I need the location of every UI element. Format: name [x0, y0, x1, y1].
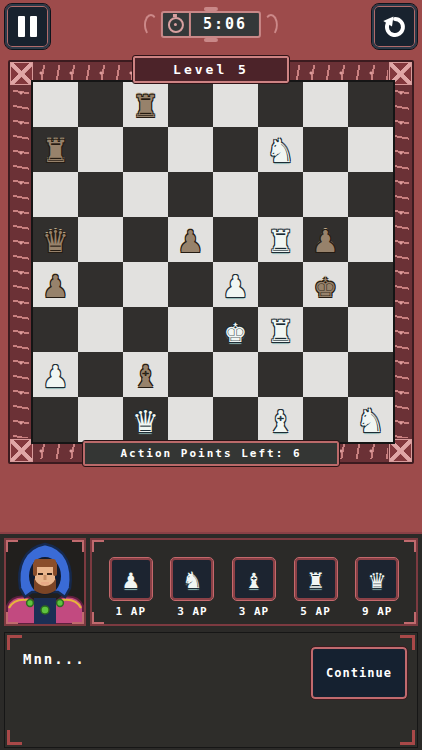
continue-button[interactable]: Continue — [311, 647, 407, 699]
pawn-cost-label: 1 AP — [116, 605, 147, 618]
queen-cost-label: 9 AP — [362, 605, 393, 618]
square-f6[interactable] — [258, 172, 303, 217]
frame-edge-right — [393, 86, 409, 438]
square-f2[interactable] — [258, 352, 303, 397]
square-h5[interactable] — [348, 217, 393, 262]
dialog-corner-ornament — [7, 730, 22, 745]
square-b2[interactable] — [78, 352, 123, 397]
brown-pawn[interactable]: ♟ — [314, 217, 336, 262]
buy-bishop-button[interactable]: ♝ — [233, 558, 275, 600]
square-d3[interactable] — [168, 307, 213, 352]
white-bishop-icon: ♝ — [246, 560, 262, 598]
shop-corner-ornament — [404, 540, 416, 552]
square-e2[interactable] — [213, 352, 258, 397]
square-e8[interactable] — [213, 82, 258, 127]
white-pawn[interactable]: ♟ — [224, 262, 246, 307]
square-g6[interactable] — [303, 172, 348, 217]
brown-king[interactable]: ♚ — [314, 262, 336, 307]
square-f8[interactable] — [258, 82, 303, 127]
character-portrait — [4, 538, 86, 626]
square-d2[interactable] — [168, 352, 213, 397]
square-h6[interactable] — [348, 172, 393, 217]
rook-cost-label: 5 AP — [300, 605, 331, 618]
brown-rook[interactable]: ♜ — [134, 82, 156, 127]
square-h1[interactable]: ♞ — [348, 397, 393, 442]
square-c1[interactable]: ♛ — [123, 397, 168, 442]
square-b6[interactable] — [78, 172, 123, 217]
brown-rook[interactable]: ♜ — [44, 127, 66, 172]
square-c2[interactable]: ♝ — [123, 352, 168, 397]
shop-item-knight: ♞3 AP — [166, 558, 218, 618]
square-d5[interactable]: ♟ — [168, 217, 213, 262]
square-g5[interactable]: ♟ — [303, 217, 348, 262]
square-c6[interactable] — [123, 172, 168, 217]
square-b3[interactable] — [78, 307, 123, 352]
square-d7[interactable] — [168, 127, 213, 172]
white-pawn-icon: ♟ — [123, 560, 139, 598]
square-e4[interactable]: ♟ — [213, 262, 258, 307]
dialog-box: Mnn... Continue — [4, 632, 418, 748]
pause-button[interactable] — [5, 4, 50, 49]
knight-cost-label: 3 AP — [177, 605, 208, 618]
level-label: Level 5 — [173, 62, 249, 77]
action-points-text: Action Points Left: 6 — [120, 447, 301, 460]
chess-board: ♜♜♞♛♟♜♟♟♟♚♚♜♟♝♛♝♞ — [31, 80, 395, 444]
square-d4[interactable] — [168, 262, 213, 307]
square-f3[interactable]: ♜ — [258, 307, 303, 352]
square-e7[interactable] — [213, 127, 258, 172]
shop-item-bishop: ♝3 AP — [228, 558, 280, 618]
square-c7[interactable] — [123, 127, 168, 172]
square-h4[interactable] — [348, 262, 393, 307]
square-g3[interactable] — [303, 307, 348, 352]
dialog-corner-ornament — [7, 635, 22, 650]
white-knight[interactable]: ♞ — [269, 127, 291, 172]
square-g2[interactable] — [303, 352, 348, 397]
frame-corner-ornament — [10, 439, 33, 462]
square-f7[interactable]: ♞ — [258, 127, 303, 172]
white-pawn[interactable]: ♟ — [44, 352, 66, 397]
level-plate: Level 5 — [133, 56, 289, 83]
square-f4[interactable] — [258, 262, 303, 307]
square-f5[interactable]: ♜ — [258, 217, 303, 262]
white-queen[interactable]: ♛ — [134, 397, 156, 442]
square-e1[interactable] — [213, 397, 258, 442]
pause-icon — [18, 16, 37, 37]
square-f1[interactable]: ♝ — [258, 397, 303, 442]
portrait-corner-ornament — [72, 540, 84, 552]
square-c5[interactable] — [123, 217, 168, 262]
timer-value: 5:06 — [191, 13, 259, 36]
shop-corner-ornament — [92, 612, 104, 624]
stopwatch-icon — [168, 17, 184, 33]
white-knight[interactable]: ♞ — [359, 397, 381, 442]
square-b5[interactable] — [78, 217, 123, 262]
brown-bishop[interactable]: ♝ — [134, 352, 156, 397]
game-screen: { "game": "chess", "position": { "fen": … — [0, 0, 422, 750]
square-c3[interactable] — [123, 307, 168, 352]
dialog-message: Mnn... — [23, 651, 86, 667]
square-a8[interactable] — [33, 82, 78, 127]
square-h8[interactable] — [348, 82, 393, 127]
square-g7[interactable] — [303, 127, 348, 172]
square-a3[interactable] — [33, 307, 78, 352]
timer-panel: 5:06 — [144, 11, 278, 38]
brown-queen[interactable]: ♛ — [44, 217, 66, 262]
square-a5[interactable]: ♛ — [33, 217, 78, 262]
square-a2[interactable]: ♟ — [33, 352, 78, 397]
square-d8[interactable] — [168, 82, 213, 127]
piece-shop: ♟1 AP♞3 AP♝3 AP♜5 AP♛9 AP — [90, 538, 418, 626]
square-b8[interactable] — [78, 82, 123, 127]
shop-corner-ornament — [92, 540, 104, 552]
shop-item-pawn: ♟1 AP — [105, 558, 157, 618]
brown-pawn[interactable]: ♟ — [179, 217, 201, 262]
timer-ornament-left — [144, 14, 158, 36]
shop-corner-ornament — [404, 612, 416, 624]
square-g8[interactable] — [303, 82, 348, 127]
portrait-corner-ornament — [6, 612, 18, 624]
timer-ornament-right — [264, 14, 278, 36]
buy-queen-button[interactable]: ♛ — [356, 558, 398, 600]
square-c8[interactable]: ♜ — [123, 82, 168, 127]
dialog-corner-ornament — [400, 730, 415, 745]
bottom-panel: ♟1 AP♞3 AP♝3 AP♜5 AP♛9 AP Mnn... Continu… — [0, 532, 422, 750]
white-bishop[interactable]: ♝ — [269, 397, 291, 442]
square-a1[interactable] — [33, 397, 78, 442]
white-king[interactable]: ♚ — [224, 307, 246, 352]
brown-pawn[interactable]: ♟ — [44, 262, 66, 307]
white-knight-icon: ♞ — [185, 560, 201, 598]
square-h7[interactable] — [348, 127, 393, 172]
bishop-cost-label: 3 AP — [239, 605, 270, 618]
buy-pawn-button[interactable]: ♟ — [110, 558, 152, 600]
white-rook-icon: ♜ — [308, 560, 324, 598]
buy-knight-button[interactable]: ♞ — [171, 558, 213, 600]
square-b1[interactable] — [78, 397, 123, 442]
square-b4[interactable] — [78, 262, 123, 307]
white-rook[interactable]: ♜ — [269, 217, 291, 262]
white-rook[interactable]: ♜ — [269, 307, 291, 352]
square-a6[interactable] — [33, 172, 78, 217]
square-h3[interactable] — [348, 307, 393, 352]
shop-item-queen: ♛9 AP — [351, 558, 403, 618]
portrait-corner-ornament — [72, 612, 84, 624]
frame-edge-left — [13, 86, 29, 438]
portrait-corner-ornament — [6, 540, 18, 552]
square-a7[interactable]: ♜ — [33, 127, 78, 172]
square-h2[interactable] — [348, 352, 393, 397]
shop-item-rook: ♜5 AP — [290, 558, 342, 618]
square-e3[interactable]: ♚ — [213, 307, 258, 352]
square-e5[interactable] — [213, 217, 258, 262]
square-g1[interactable] — [303, 397, 348, 442]
square-c4[interactable] — [123, 262, 168, 307]
white-queen-icon: ♛ — [369, 560, 385, 598]
square-g4[interactable]: ♚ — [303, 262, 348, 307]
square-d1[interactable] — [168, 397, 213, 442]
restart-button[interactable] — [372, 4, 417, 49]
action-points-banner: Action Points Left: 6 — [83, 441, 339, 466]
square-d6[interactable] — [168, 172, 213, 217]
square-e6[interactable] — [213, 172, 258, 217]
restart-icon — [382, 14, 408, 40]
buy-rook-button[interactable]: ♜ — [295, 558, 337, 600]
frame-corner-ornament — [10, 62, 33, 85]
square-a4[interactable]: ♟ — [33, 262, 78, 307]
square-b7[interactable] — [78, 127, 123, 172]
